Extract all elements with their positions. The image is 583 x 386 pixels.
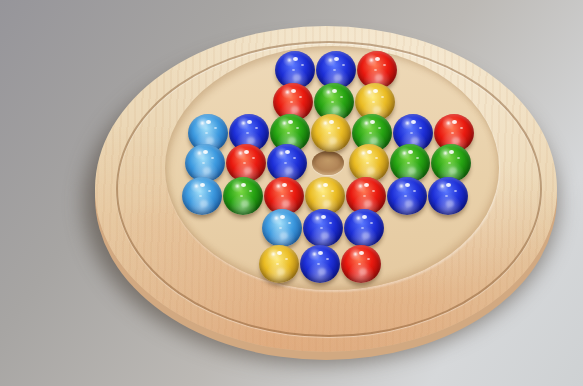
marble-r4c0-light-blue[interactable] bbox=[182, 177, 222, 215]
marble-r6c3-blue[interactable] bbox=[300, 245, 340, 283]
marble-r6c2-yellow[interactable] bbox=[259, 245, 299, 283]
marble-r4c6-blue[interactable] bbox=[428, 177, 468, 215]
marble-r4c1-green[interactable] bbox=[223, 177, 263, 215]
marble-r5c4-blue[interactable] bbox=[344, 209, 384, 247]
marble-r6c4-red[interactable] bbox=[341, 245, 381, 283]
marble-r5c3-blue[interactable] bbox=[303, 209, 343, 247]
center-hole-empty[interactable] bbox=[312, 151, 344, 175]
marble-r2c3-yellow[interactable] bbox=[311, 114, 351, 152]
marble-r5c2-light-blue[interactable] bbox=[262, 209, 302, 247]
marble-r4c5-blue[interactable] bbox=[387, 177, 427, 215]
scene-background bbox=[0, 0, 583, 386]
